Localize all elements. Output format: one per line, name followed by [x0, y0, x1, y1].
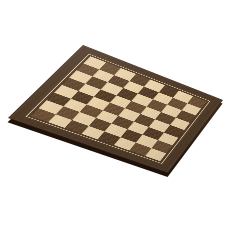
product-photo-canvas — [0, 0, 228, 228]
chess-board — [8, 45, 223, 173]
squares-grid — [31, 56, 207, 161]
